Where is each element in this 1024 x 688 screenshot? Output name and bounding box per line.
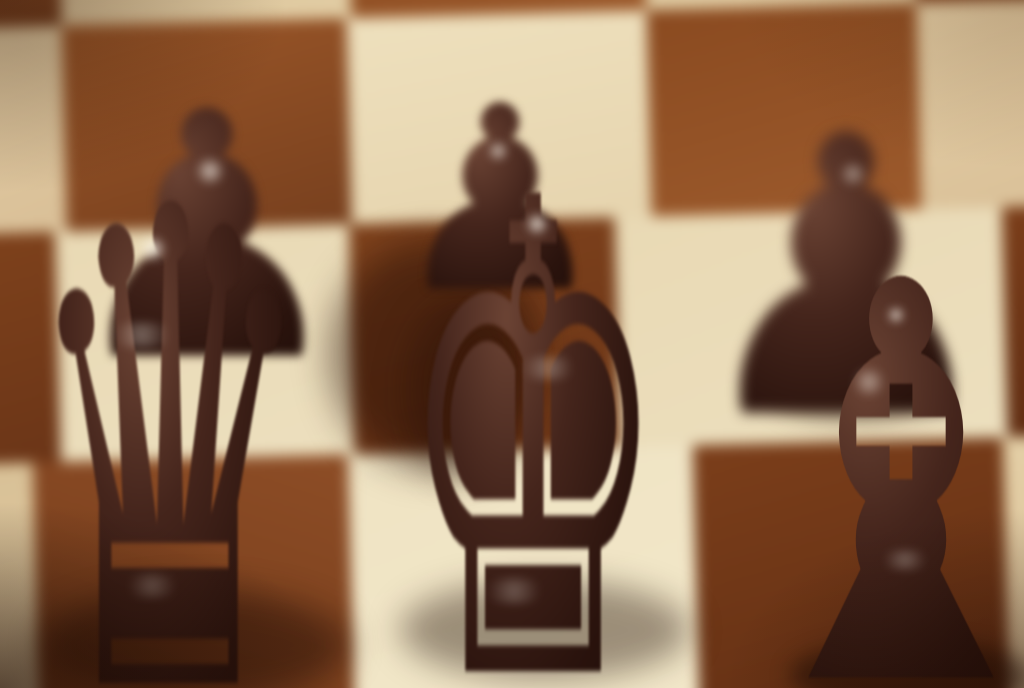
queen-glyph: ♛ (22, 132, 318, 688)
black-bishop-e5[interactable]: ♝ (723, 218, 1024, 688)
king-glyph: ♚ (398, 124, 668, 688)
bishop-glyph: ♝ (723, 218, 1024, 688)
black-king-d5[interactable]: ♚ (398, 124, 668, 688)
chessboard-photo: ♟ ♟ ♟ ♛ ♚ ♝ (0, 0, 1024, 688)
pieces-layer: ♟ ♟ ♟ ♛ ♚ ♝ (0, 0, 1024, 688)
black-queen-c5[interactable]: ♛ (22, 132, 318, 688)
